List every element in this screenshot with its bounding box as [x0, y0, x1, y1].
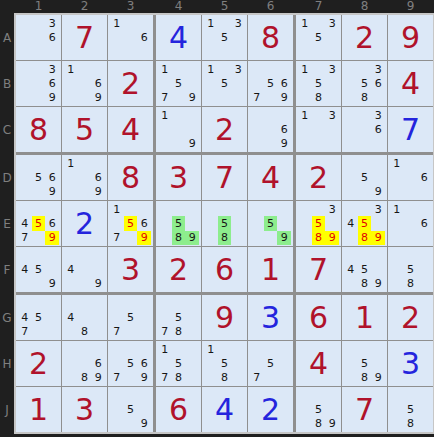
empty-candidate-slot	[18, 202, 32, 216]
cell-B5[interactable]: 135	[202, 61, 247, 106]
candidate-digit: 9	[91, 91, 105, 105]
empty-candidate-slot	[124, 388, 138, 402]
cell-J8[interactable]: 7	[342, 387, 387, 432]
candidate-digit: 7	[18, 325, 32, 339]
empty-candidate-slot	[404, 231, 418, 245]
empty-candidate-slot	[264, 202, 278, 216]
cell-J2[interactable]: 3	[62, 387, 107, 432]
candidate-digit: 6	[277, 122, 291, 136]
empty-candidate-slot	[32, 202, 46, 216]
candidate-digit: 9	[277, 91, 291, 105]
empty-candidate-slot	[18, 248, 32, 262]
candidate-digit: 8	[358, 91, 372, 105]
cell-J6[interactable]: 2	[248, 387, 293, 432]
cell-H7[interactable]: 4	[296, 341, 341, 386]
empty-candidate-slot	[158, 296, 172, 310]
candidate-digit: 6	[277, 76, 291, 90]
cell-J5[interactable]: 4	[202, 387, 247, 432]
cell-F2[interactable]: 49	[62, 247, 107, 292]
cell-D5[interactable]: 7	[202, 155, 247, 200]
empty-candidate-slot	[312, 137, 326, 151]
placed-digit: 4	[215, 395, 234, 425]
empty-candidate-slot	[32, 16, 46, 30]
empty-candidate-slot	[185, 296, 199, 310]
empty-candidate-slot	[18, 185, 32, 199]
cell-G1[interactable]: 457	[16, 295, 61, 340]
empty-candidate-slot	[158, 122, 172, 136]
empty-candidate-slot	[325, 122, 339, 136]
candidate-digit: 1	[158, 62, 172, 76]
cell-H5[interactable]: 158	[202, 341, 247, 386]
empty-candidate-slot	[78, 170, 92, 184]
cell-H1[interactable]: 2	[16, 341, 61, 386]
cell-G7[interactable]: 6	[296, 295, 341, 340]
cell-J9[interactable]: 58	[388, 387, 433, 432]
candidate-digit: 3	[231, 62, 245, 76]
cell-G3[interactable]: 57	[108, 295, 153, 340]
candidate-digit: 1	[204, 16, 218, 30]
placed-digit: 7	[75, 23, 94, 53]
row-label-G: G	[0, 295, 14, 340]
empty-candidate-slot	[404, 202, 418, 216]
empty-candidate-slot	[78, 310, 92, 324]
empty-candidate-slot	[137, 402, 151, 416]
empty-candidate-slot	[78, 76, 92, 90]
candidate-digit: 1	[64, 62, 78, 76]
cell-H3[interactable]: 5679	[108, 341, 153, 386]
cell-D3[interactable]: 8	[108, 155, 153, 200]
empty-candidate-slot	[231, 76, 245, 90]
empty-candidate-slot	[91, 248, 105, 262]
empty-candidate-slot	[18, 91, 32, 105]
cell-G9[interactable]: 2	[388, 295, 433, 340]
cell-C8[interactable]: 36	[342, 107, 387, 152]
candidate-digit: 5	[124, 402, 138, 416]
empty-candidate-slot	[172, 62, 186, 76]
empty-candidate-slot	[45, 296, 59, 310]
cell-E1[interactable]: 45679	[16, 201, 61, 246]
empty-candidate-slot	[344, 202, 358, 216]
candidate-digit: 3	[371, 108, 385, 122]
empty-candidate-slot	[404, 216, 418, 230]
row-label-C: C	[0, 107, 14, 152]
candidate-digit: 6	[137, 216, 151, 230]
candidate-digit: 9	[371, 231, 385, 245]
column-label-3: 3	[108, 0, 153, 13]
candidate-digit: 1	[64, 156, 78, 170]
cell-C7[interactable]: 13	[296, 107, 341, 152]
empty-candidate-slot	[158, 202, 172, 216]
candidate-digit: 6	[45, 30, 59, 44]
candidate-digit: 9	[45, 231, 59, 245]
empty-candidate-slot	[250, 342, 264, 356]
candidate-digit: 8	[404, 277, 418, 291]
candidate-digit: 4	[64, 310, 78, 324]
cell-D6[interactable]: 4	[248, 155, 293, 200]
cell-E3[interactable]: 15679	[108, 201, 153, 246]
candidate-digit: 4	[18, 216, 32, 230]
cell-C4[interactable]: 19	[156, 107, 201, 152]
empty-candidate-slot	[78, 185, 92, 199]
cell-G5[interactable]: 9	[202, 295, 247, 340]
empty-candidate-slot	[404, 185, 418, 199]
empty-candidate-slot	[124, 16, 138, 30]
candidate-digit: 7	[110, 371, 124, 385]
empty-candidate-slot	[264, 122, 278, 136]
cell-A8[interactable]: 2	[342, 15, 387, 60]
cell-A2[interactable]: 7	[62, 15, 107, 60]
empty-candidate-slot	[204, 371, 218, 385]
empty-candidate-slot	[124, 325, 138, 339]
candidate-digit: 5	[358, 262, 372, 276]
empty-candidate-slot	[64, 296, 78, 310]
empty-candidate-slot	[137, 45, 151, 59]
empty-candidate-slot	[231, 371, 245, 385]
empty-candidate-slot	[390, 248, 404, 262]
cell-J1[interactable]: 1	[16, 387, 61, 432]
placed-digit: 4	[401, 69, 420, 99]
empty-candidate-slot	[298, 76, 312, 90]
candidate-digit: 5	[32, 216, 46, 230]
cell-A1[interactable]: 36	[16, 15, 61, 60]
placed-digit: 9	[215, 303, 234, 333]
cell-C2[interactable]: 5	[62, 107, 107, 152]
empty-candidate-slot	[358, 185, 372, 199]
empty-candidate-slot	[78, 91, 92, 105]
cell-G4[interactable]: 578	[156, 295, 201, 340]
cell-H9[interactable]: 3	[388, 341, 433, 386]
empty-candidate-slot	[204, 231, 218, 245]
cell-J7[interactable]: 589	[296, 387, 341, 432]
empty-candidate-slot	[404, 170, 418, 184]
empty-candidate-slot	[231, 342, 245, 356]
placed-digit: 5	[75, 115, 94, 145]
cell-D4[interactable]: 3	[156, 155, 201, 200]
candidate-digit: 9	[91, 371, 105, 385]
empty-candidate-slot	[358, 137, 372, 151]
empty-candidate-slot	[45, 45, 59, 59]
cell-B7[interactable]: 1358	[296, 61, 341, 106]
empty-candidate-slot	[344, 185, 358, 199]
cell-C1[interactable]: 8	[16, 107, 61, 152]
empty-candidate-slot	[371, 248, 385, 262]
empty-candidate-slot	[172, 91, 186, 105]
cell-D1[interactable]: 569	[16, 155, 61, 200]
cell-A4[interactable]: 4	[156, 15, 201, 60]
placed-digit: 8	[261, 23, 280, 53]
candidate-digit: 8	[172, 231, 186, 245]
candidate-digit: 3	[325, 108, 339, 122]
cell-F6[interactable]: 1	[248, 247, 293, 292]
empty-candidate-slot	[325, 402, 339, 416]
cell-D8[interactable]: 59	[342, 155, 387, 200]
cell-G8[interactable]: 1	[342, 295, 387, 340]
empty-candidate-slot	[124, 296, 138, 310]
empty-candidate-slot	[64, 76, 78, 90]
candidate-digit: 1	[298, 62, 312, 76]
candidate-digit: 9	[277, 231, 291, 245]
cell-C5[interactable]: 2	[202, 107, 247, 152]
empty-candidate-slot	[371, 137, 385, 151]
cell-F9[interactable]: 58	[388, 247, 433, 292]
empty-candidate-slot	[110, 216, 124, 230]
empty-candidate-slot	[91, 262, 105, 276]
cell-F5[interactable]: 6	[202, 247, 247, 292]
cell-G2[interactable]: 48	[62, 295, 107, 340]
candidate-digit: 9	[45, 185, 59, 199]
empty-candidate-slot	[204, 45, 218, 59]
cell-E4[interactable]: 589	[156, 201, 201, 246]
empty-candidate-slot	[277, 356, 291, 370]
empty-candidate-slot	[231, 30, 245, 44]
empty-candidate-slot	[344, 356, 358, 370]
candidate-digit: 5	[264, 216, 278, 230]
cell-D9[interactable]: 16	[388, 155, 433, 200]
empty-candidate-slot	[250, 356, 264, 370]
empty-candidate-slot	[250, 202, 264, 216]
empty-candidate-slot	[110, 356, 124, 370]
empty-candidate-slot	[137, 296, 151, 310]
empty-candidate-slot	[158, 137, 172, 151]
cell-A9[interactable]: 9	[388, 15, 433, 60]
candidate-digit: 5	[312, 76, 326, 90]
empty-candidate-slot	[32, 45, 46, 59]
empty-candidate-slot	[264, 231, 278, 245]
candidate-digit: 5	[312, 402, 326, 416]
candidate-digit: 5	[124, 310, 138, 324]
candidate-digit: 9	[137, 417, 151, 431]
empty-candidate-slot	[78, 62, 92, 76]
empty-candidate-slot	[344, 62, 358, 76]
cell-G6[interactable]: 3	[248, 295, 293, 340]
candidate-digit: 9	[371, 277, 385, 291]
empty-candidate-slot	[158, 76, 172, 90]
candidate-digit: 1	[390, 202, 404, 216]
empty-candidate-slot	[390, 262, 404, 276]
candidate-digit: 8	[312, 91, 326, 105]
candidate-digit: 8	[172, 325, 186, 339]
empty-candidate-slot	[250, 62, 264, 76]
candidate-digit: 9	[91, 277, 105, 291]
cell-B8[interactable]: 3568	[342, 61, 387, 106]
candidate-digit: 1	[298, 16, 312, 30]
empty-candidate-slot	[64, 371, 78, 385]
cell-D7[interactable]: 2	[296, 155, 341, 200]
candidate-digit: 5	[32, 170, 46, 184]
empty-candidate-slot	[137, 16, 151, 30]
empty-candidate-slot	[32, 296, 46, 310]
empty-candidate-slot	[298, 45, 312, 59]
empty-candidate-slot	[45, 202, 59, 216]
placed-digit: 3	[261, 303, 280, 333]
empty-candidate-slot	[277, 371, 291, 385]
cell-E6[interactable]: 59	[248, 201, 293, 246]
empty-candidate-slot	[358, 62, 372, 76]
empty-candidate-slot	[185, 202, 199, 216]
empty-candidate-slot	[417, 277, 431, 291]
cell-E9[interactable]: 16	[388, 201, 433, 246]
candidate-digit: 5	[404, 402, 418, 416]
cell-E5[interactable]: 58	[202, 201, 247, 246]
empty-candidate-slot	[264, 108, 278, 122]
cell-A7[interactable]: 135	[296, 15, 341, 60]
empty-candidate-slot	[137, 342, 151, 356]
candidate-digit: 9	[91, 185, 105, 199]
cell-B6[interactable]: 5679	[248, 61, 293, 106]
candidate-digit: 9	[137, 231, 151, 245]
empty-candidate-slot	[32, 62, 46, 76]
candidate-digit: 5	[172, 76, 186, 90]
empty-candidate-slot	[18, 156, 32, 170]
cell-H8[interactable]: 589	[342, 341, 387, 386]
cell-B2[interactable]: 169	[62, 61, 107, 106]
placed-digit: 2	[401, 303, 420, 333]
empty-candidate-slot	[204, 91, 218, 105]
sudoku-board: 3671641358135293691692157913556791358356…	[14, 13, 434, 434]
empty-candidate-slot	[124, 231, 138, 245]
cell-F1[interactable]: 459	[16, 247, 61, 292]
placed-digit: 1	[261, 255, 280, 285]
candidate-digit: 5	[172, 356, 186, 370]
candidate-digit: 9	[277, 137, 291, 151]
placed-digit: 4	[309, 349, 328, 379]
candidate-digit: 9	[45, 277, 59, 291]
cell-C9[interactable]: 7	[388, 107, 433, 152]
empty-candidate-slot	[78, 248, 92, 262]
empty-candidate-slot	[417, 402, 431, 416]
empty-candidate-slot	[124, 45, 138, 59]
empty-candidate-slot	[91, 325, 105, 339]
cell-E7[interactable]: 3589	[296, 201, 341, 246]
candidate-digit: 1	[158, 108, 172, 122]
candidate-digit: 5	[358, 356, 372, 370]
candidate-digit: 7	[110, 325, 124, 339]
candidate-digit: 9	[137, 371, 151, 385]
cell-C6[interactable]: 69	[248, 107, 293, 152]
empty-candidate-slot	[298, 30, 312, 44]
cell-F3[interactable]: 3	[108, 247, 153, 292]
cell-B1[interactable]: 369	[16, 61, 61, 106]
candidate-digit: 9	[325, 417, 339, 431]
empty-candidate-slot	[32, 76, 46, 90]
cell-E8[interactable]: 34589	[342, 201, 387, 246]
empty-candidate-slot	[404, 156, 418, 170]
candidate-digit: 5	[172, 216, 186, 230]
row-label-E: E	[0, 201, 14, 246]
empty-candidate-slot	[110, 30, 124, 44]
cell-A3[interactable]: 16	[108, 15, 153, 60]
candidate-digit: 6	[371, 76, 385, 90]
cell-B9[interactable]: 4	[388, 61, 433, 106]
empty-candidate-slot	[78, 156, 92, 170]
cell-F7[interactable]: 7	[296, 247, 341, 292]
empty-candidate-slot	[137, 310, 151, 324]
empty-candidate-slot	[312, 388, 326, 402]
cell-B4[interactable]: 1579	[156, 61, 201, 106]
candidate-digit: 6	[417, 216, 431, 230]
empty-candidate-slot	[172, 342, 186, 356]
cell-A5[interactable]: 135	[202, 15, 247, 60]
empty-candidate-slot	[45, 248, 59, 262]
candidate-digit: 6	[45, 76, 59, 90]
candidate-digit: 4	[64, 262, 78, 276]
empty-candidate-slot	[64, 342, 78, 356]
candidate-digit: 3	[325, 16, 339, 30]
cell-F4[interactable]: 2	[156, 247, 201, 292]
placed-digit: 7	[401, 115, 420, 145]
candidate-digit: 8	[404, 417, 418, 431]
empty-candidate-slot	[417, 156, 431, 170]
cell-B3[interactable]: 2	[108, 61, 153, 106]
candidate-digit: 5	[32, 262, 46, 276]
empty-candidate-slot	[218, 342, 232, 356]
candidate-digit: 9	[185, 231, 199, 245]
cell-J3[interactable]: 59	[108, 387, 153, 432]
empty-candidate-slot	[371, 356, 385, 370]
empty-candidate-slot	[45, 156, 59, 170]
empty-candidate-slot	[371, 262, 385, 276]
empty-candidate-slot	[264, 342, 278, 356]
candidate-digit: 5	[218, 356, 232, 370]
empty-candidate-slot	[417, 248, 431, 262]
candidate-digit: 6	[45, 216, 59, 230]
candidate-digit: 8	[78, 325, 92, 339]
cell-H2[interactable]: 689	[62, 341, 107, 386]
candidate-digit: 5	[218, 30, 232, 44]
empty-candidate-slot	[344, 277, 358, 291]
candidate-digit: 5	[218, 76, 232, 90]
placed-digit: 6	[309, 303, 328, 333]
candidate-digit: 8	[218, 231, 232, 245]
cell-C3[interactable]: 4	[108, 107, 153, 152]
placed-digit: 3	[121, 255, 140, 285]
empty-candidate-slot	[124, 30, 138, 44]
placed-digit: 6	[215, 255, 234, 285]
empty-candidate-slot	[298, 216, 312, 230]
empty-candidate-slot	[64, 185, 78, 199]
empty-candidate-slot	[264, 371, 278, 385]
empty-candidate-slot	[78, 342, 92, 356]
empty-candidate-slot	[32, 156, 46, 170]
empty-candidate-slot	[390, 185, 404, 199]
candidate-digit: 4	[18, 310, 32, 324]
empty-candidate-slot	[312, 62, 326, 76]
empty-candidate-slot	[204, 76, 218, 90]
cell-F8[interactable]: 4589	[342, 247, 387, 292]
candidate-digit: 4	[344, 216, 358, 230]
candidate-digit: 7	[158, 371, 172, 385]
empty-candidate-slot	[371, 91, 385, 105]
column-label-4: 4	[156, 0, 201, 13]
cell-H4[interactable]: 1578	[156, 341, 201, 386]
cell-E2[interactable]: 2	[62, 201, 107, 246]
empty-candidate-slot	[390, 388, 404, 402]
cell-H6[interactable]: 57	[248, 341, 293, 386]
cell-A6[interactable]: 8	[248, 15, 293, 60]
empty-candidate-slot	[45, 325, 59, 339]
row-label-A: A	[0, 15, 14, 60]
candidate-digit: 9	[371, 185, 385, 199]
empty-candidate-slot	[91, 296, 105, 310]
row-label-D: D	[0, 155, 14, 200]
column-label-8: 8	[342, 0, 387, 13]
candidate-digit: 6	[137, 30, 151, 44]
cell-D2[interactable]: 169	[62, 155, 107, 200]
empty-candidate-slot	[231, 216, 245, 230]
empty-candidate-slot	[18, 296, 32, 310]
cell-J4[interactable]: 6	[156, 387, 201, 432]
empty-candidate-slot	[137, 325, 151, 339]
